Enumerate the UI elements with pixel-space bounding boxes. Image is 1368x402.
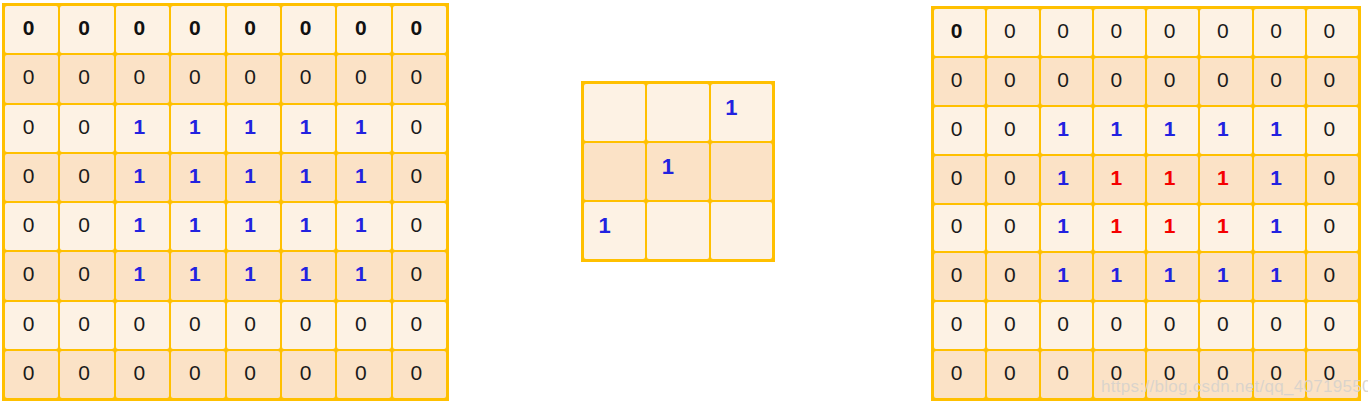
- output-binary-image-digit: 1: [1164, 118, 1176, 139]
- output-binary-image-digit: 0: [1111, 69, 1123, 90]
- input-binary-image-digit: 0: [23, 116, 35, 137]
- input-binary-image-cell-r6c1: 0: [5, 252, 58, 299]
- output-binary-image-cell-r6c8: 0: [1307, 253, 1358, 300]
- output-binary-image-digit: 1: [1217, 118, 1229, 139]
- structuring-element-cell-r1c2: [647, 84, 708, 141]
- output-binary-image-digit: 0: [1004, 215, 1016, 236]
- output-binary-image-cell-r4c1: 0: [934, 156, 985, 203]
- input-binary-image-digit: 1: [244, 165, 256, 186]
- input-binary-image-digit: 0: [410, 362, 422, 383]
- input-binary-image-digit: 0: [300, 313, 312, 334]
- input-binary-image-cell-r3c6: 1: [282, 105, 335, 152]
- output-binary-image-cell-r8c3: 0: [1041, 351, 1092, 398]
- output-binary-image-digit: 0: [1324, 215, 1336, 236]
- input-binary-image-cell-r7c6: 0: [282, 302, 335, 349]
- output-binary-image-digit: 0: [951, 69, 963, 90]
- input-binary-image-cell-r4c2: 0: [60, 154, 113, 201]
- input-binary-image-cell-r2c8: 0: [393, 55, 446, 102]
- output-binary-image-cell-r6c4: 1: [1094, 253, 1145, 300]
- output-binary-image-cell-r1c4: 0: [1094, 9, 1145, 56]
- output-binary-image-cell-r5c4: 1: [1094, 205, 1145, 252]
- output-binary-image-digit: 0: [1324, 313, 1336, 334]
- input-binary-image-cell-r4c7: 1: [337, 154, 390, 201]
- output-binary-image-cell-r4c5: 1: [1147, 156, 1198, 203]
- output-binary-image-cell-r3c7: 1: [1254, 107, 1305, 154]
- structuring-element-grid: 111: [581, 81, 775, 262]
- output-binary-image-digit: 0: [951, 167, 963, 188]
- input-binary-image-cell-r3c1: 0: [5, 105, 58, 152]
- input-binary-image-cell-r3c2: 0: [60, 105, 113, 152]
- input-binary-image-cell-r2c4: 0: [171, 55, 224, 102]
- input-binary-image-cell-r8c7: 0: [337, 351, 390, 398]
- input-binary-image-digit: 0: [355, 66, 367, 87]
- output-binary-image-cell-r7c2: 0: [987, 302, 1038, 349]
- output-binary-image-digit: 1: [1270, 215, 1282, 236]
- output-binary-image-cell-r2c3: 0: [1041, 58, 1092, 105]
- output-binary-image-digit: 0: [1164, 69, 1176, 90]
- output-binary-image-digit: 0: [951, 362, 963, 383]
- input-binary-image-cell-r3c5: 1: [227, 105, 280, 152]
- output-binary-image-digit: 1: [1270, 118, 1282, 139]
- structuring-element-cell-r2c3: [711, 143, 772, 200]
- output-binary-image-digit: 0: [1164, 20, 1176, 41]
- input-binary-image-cell-r1c4: 0: [171, 6, 224, 53]
- input-binary-image-digit: 1: [134, 116, 146, 137]
- output-binary-image-digit: 1: [1270, 264, 1282, 285]
- input-binary-image-cell-r7c8: 0: [393, 302, 446, 349]
- input-binary-image-digit: 0: [134, 17, 146, 38]
- output-binary-image-digit: 1: [1111, 118, 1123, 139]
- input-binary-image-cell-r8c1: 0: [5, 351, 58, 398]
- structuring-element-cell-r2c1: [584, 143, 645, 200]
- output-binary-image-digit: 1: [1057, 215, 1069, 236]
- output-binary-image-digit: 0: [1004, 264, 1016, 285]
- output-binary-image-cell-r5c7: 1: [1254, 205, 1305, 252]
- output-binary-image-cell-r3c3: 1: [1041, 107, 1092, 154]
- output-binary-image-digit: 1: [1057, 167, 1069, 188]
- input-binary-image-digit: 0: [410, 214, 422, 235]
- output-binary-image-digit: 0: [1324, 118, 1336, 139]
- input-binary-image-cell-r1c6: 0: [282, 6, 335, 53]
- input-binary-image-cell-r2c2: 0: [60, 55, 113, 102]
- input-binary-image-digit: 0: [23, 214, 35, 235]
- input-binary-image-digit: 0: [355, 17, 367, 38]
- morphology-diagram-canvas: 0000000000000000001111100011111000111110…: [0, 0, 1368, 402]
- output-binary-image-cell-r5c6: 1: [1200, 205, 1251, 252]
- output-binary-image-cell-r5c8: 0: [1307, 205, 1358, 252]
- input-binary-image-digit: 0: [355, 362, 367, 383]
- input-binary-image-cell-r3c8: 0: [393, 105, 446, 152]
- watermark-url: https://blog.csdn.net/qq_40719550: [1101, 377, 1368, 397]
- input-binary-image-digit: 1: [300, 116, 312, 137]
- output-binary-image-cell-r2c8: 0: [1307, 58, 1358, 105]
- input-binary-image-digit: 1: [189, 263, 201, 284]
- input-binary-image-cell-r5c4: 1: [171, 203, 224, 250]
- output-binary-image-cell-r4c4: 1: [1094, 156, 1145, 203]
- input-binary-image-digit: 0: [78, 165, 90, 186]
- structuring-element-cell-r3c1: 1: [584, 202, 645, 259]
- output-binary-image-digit: 0: [1217, 313, 1229, 334]
- input-binary-image-digit: 0: [134, 313, 146, 334]
- input-binary-image-digit: 0: [23, 263, 35, 284]
- output-binary-image-digit: 0: [1324, 264, 1336, 285]
- input-binary-image-digit: 0: [244, 313, 256, 334]
- input-binary-image-cell-r1c5: 0: [227, 6, 280, 53]
- input-binary-image-digit: 0: [189, 17, 201, 38]
- input-binary-image-digit: 0: [23, 362, 35, 383]
- output-binary-image-cell-r3c4: 1: [1094, 107, 1145, 154]
- input-binary-image-digit: 0: [300, 17, 312, 38]
- input-binary-image-cell-r6c4: 1: [171, 252, 224, 299]
- output-binary-image-cell-r7c8: 0: [1307, 302, 1358, 349]
- output-binary-image-cell-r6c5: 1: [1147, 253, 1198, 300]
- input-binary-image-digit: 1: [244, 116, 256, 137]
- input-binary-image-cell-r1c8: 0: [393, 6, 446, 53]
- output-binary-image-cell-r3c5: 1: [1147, 107, 1198, 154]
- input-binary-image-cell-r3c4: 1: [171, 105, 224, 152]
- output-binary-image-digit: 0: [1270, 20, 1282, 41]
- output-binary-image-cell-r7c6: 0: [1200, 302, 1251, 349]
- input-binary-image-cell-r4c3: 1: [116, 154, 169, 201]
- output-binary-image-digit: 1: [1111, 264, 1123, 285]
- input-binary-image-digit: 0: [189, 362, 201, 383]
- input-binary-image-cell-r6c3: 1: [116, 252, 169, 299]
- input-binary-image-digit: 1: [355, 116, 367, 137]
- output-binary-image-cell-r8c2: 0: [987, 351, 1038, 398]
- output-binary-image-digit: 0: [1324, 20, 1336, 41]
- output-binary-image-digit: 0: [1004, 167, 1016, 188]
- input-binary-image-cell-r3c3: 1: [116, 105, 169, 152]
- output-binary-image-digit: 1: [1217, 215, 1229, 236]
- input-binary-image-digit: 0: [300, 362, 312, 383]
- input-binary-image-cell-r8c3: 0: [116, 351, 169, 398]
- output-binary-image-cell-r1c5: 0: [1147, 9, 1198, 56]
- input-binary-image-digit: 1: [300, 165, 312, 186]
- input-binary-image-digit: 0: [189, 66, 201, 87]
- input-binary-image-digit: 0: [23, 165, 35, 186]
- output-binary-image-cell-r2c4: 0: [1094, 58, 1145, 105]
- output-binary-image-cell-r5c5: 1: [1147, 205, 1198, 252]
- output-binary-image-digit: 0: [951, 313, 963, 334]
- input-binary-image-cell-r5c5: 1: [227, 203, 280, 250]
- input-binary-image-digit: 0: [244, 362, 256, 383]
- output-binary-image-cell-r8c1: 0: [934, 351, 985, 398]
- input-binary-image-digit: 0: [78, 263, 90, 284]
- input-binary-image-digit: 0: [23, 313, 35, 334]
- output-binary-image-cell-r1c6: 0: [1200, 9, 1251, 56]
- output-binary-image-cell-r7c7: 0: [1254, 302, 1305, 349]
- output-binary-image-cell-r2c1: 0: [934, 58, 985, 105]
- structuring-element-cell-r3c3: [711, 202, 772, 259]
- input-binary-image-cell-r6c6: 1: [282, 252, 335, 299]
- input-binary-image-cell-r8c8: 0: [393, 351, 446, 398]
- output-binary-image-digit: 0: [1324, 69, 1336, 90]
- input-binary-image-digit: 1: [355, 165, 367, 186]
- output-binary-image-cell-r1c8: 0: [1307, 9, 1358, 56]
- output-binary-image-cell-r7c5: 0: [1147, 302, 1198, 349]
- input-binary-image-cell-r5c6: 1: [282, 203, 335, 250]
- input-binary-image-cell-r5c3: 1: [116, 203, 169, 250]
- output-binary-image-cell-r6c6: 1: [1200, 253, 1251, 300]
- input-binary-image-digit: 0: [189, 313, 201, 334]
- output-binary-image-digit: 0: [1111, 20, 1123, 41]
- output-binary-image-digit: 0: [1270, 313, 1282, 334]
- output-binary-image-cell-r7c1: 0: [934, 302, 985, 349]
- output-binary-image-digit: 1: [1217, 167, 1229, 188]
- output-binary-image-cell-r2c7: 0: [1254, 58, 1305, 105]
- output-binary-image-cell-r5c1: 0: [934, 205, 985, 252]
- input-binary-image-digit: 1: [300, 263, 312, 284]
- output-binary-image-digit: 0: [1004, 69, 1016, 90]
- input-binary-image-cell-r1c2: 0: [60, 6, 113, 53]
- input-binary-image-digit: 1: [134, 165, 146, 186]
- input-binary-image-digit: 0: [410, 263, 422, 284]
- output-binary-image-digit: 0: [951, 264, 963, 285]
- input-image-grid: 0000000000000000001111100011111000111110…: [2, 3, 449, 401]
- input-binary-image-digit: 0: [410, 66, 422, 87]
- output-binary-image-cell-r4c2: 0: [987, 156, 1038, 203]
- output-binary-image-cell-r7c3: 0: [1041, 302, 1092, 349]
- output-binary-image-digit: 1: [1164, 264, 1176, 285]
- input-binary-image-cell-r6c5: 1: [227, 252, 280, 299]
- output-binary-image-cell-r3c8: 0: [1307, 107, 1358, 154]
- input-binary-image-cell-r5c1: 0: [5, 203, 58, 250]
- input-binary-image-digit: 0: [244, 66, 256, 87]
- input-binary-image-cell-r2c7: 0: [337, 55, 390, 102]
- output-binary-image-digit: 1: [1164, 167, 1176, 188]
- output-binary-image-digit: 1: [1217, 264, 1229, 285]
- input-binary-image-digit: 0: [134, 66, 146, 87]
- output-binary-image-cell-r2c2: 0: [987, 58, 1038, 105]
- input-binary-image-digit: 0: [23, 17, 35, 38]
- output-binary-image-cell-r7c4: 0: [1094, 302, 1145, 349]
- input-binary-image-digit: 1: [189, 116, 201, 137]
- output-binary-image-digit: 0: [1004, 313, 1016, 334]
- output-binary-image-cell-r1c2: 0: [987, 9, 1038, 56]
- output-binary-image-digit: 1: [1111, 167, 1123, 188]
- input-binary-image-cell-r1c7: 0: [337, 6, 390, 53]
- input-binary-image-cell-r7c3: 0: [116, 302, 169, 349]
- structuring-element-cell-r1c1: [584, 84, 645, 141]
- output-binary-image-digit: 0: [1057, 20, 1069, 41]
- output-binary-image-cell-r6c3: 1: [1041, 253, 1092, 300]
- input-binary-image-digit: 0: [134, 362, 146, 383]
- output-binary-image-cell-r6c2: 0: [987, 253, 1038, 300]
- input-binary-image-digit: 0: [410, 17, 422, 38]
- output-binary-image-cell-r1c7: 0: [1254, 9, 1305, 56]
- input-binary-image-cell-r4c1: 0: [5, 154, 58, 201]
- output-binary-image-digit: 0: [1217, 69, 1229, 90]
- input-binary-image-digit: 0: [300, 66, 312, 87]
- output-binary-image-cell-r1c1: 0: [934, 9, 985, 56]
- output-binary-image-digit: 0: [1324, 167, 1336, 188]
- input-binary-image-digit: 1: [189, 214, 201, 235]
- output-binary-image-cell-r3c1: 0: [934, 107, 985, 154]
- input-binary-image-cell-r1c1: 0: [5, 6, 58, 53]
- output-binary-image-digit: 0: [1217, 20, 1229, 41]
- input-binary-image-cell-r2c1: 0: [5, 55, 58, 102]
- input-binary-image-digit: 0: [78, 66, 90, 87]
- output-binary-image-digit: 0: [1057, 362, 1069, 383]
- output-binary-image-digit: 0: [1111, 313, 1123, 334]
- input-binary-image-cell-r5c7: 1: [337, 203, 390, 250]
- input-binary-image-digit: 1: [355, 214, 367, 235]
- input-binary-image-cell-r4c6: 1: [282, 154, 335, 201]
- output-binary-image-cell-r4c7: 1: [1254, 156, 1305, 203]
- structuring-element-cell-r3c2: [647, 202, 708, 259]
- input-binary-image-cell-r5c2: 0: [60, 203, 113, 250]
- output-binary-image-digit: 1: [1057, 118, 1069, 139]
- output-binary-image-cell-r3c2: 0: [987, 107, 1038, 154]
- input-binary-image-cell-r7c2: 0: [60, 302, 113, 349]
- output-binary-image-digit: 0: [1270, 69, 1282, 90]
- input-binary-image-digit: 1: [244, 214, 256, 235]
- input-binary-image-digit: 0: [78, 362, 90, 383]
- output-binary-image-cell-r2c6: 0: [1200, 58, 1251, 105]
- input-binary-image-cell-r8c2: 0: [60, 351, 113, 398]
- input-binary-image-digit: 1: [300, 214, 312, 235]
- output-binary-image-cell-r3c6: 1: [1200, 107, 1251, 154]
- input-binary-image-cell-r6c8: 0: [393, 252, 446, 299]
- input-binary-image-digit: 1: [134, 263, 146, 284]
- input-binary-image-digit: 1: [134, 214, 146, 235]
- input-binary-image-cell-r6c2: 0: [60, 252, 113, 299]
- output-binary-image-digit: 0: [1057, 313, 1069, 334]
- input-binary-image-digit: 0: [410, 165, 422, 186]
- output-binary-image-cell-r1c3: 0: [1041, 9, 1092, 56]
- input-binary-image-cell-r2c3: 0: [116, 55, 169, 102]
- output-binary-image-digit: 1: [1111, 215, 1123, 236]
- output-binary-image-cell-r6c7: 1: [1254, 253, 1305, 300]
- input-binary-image-digit: 0: [244, 17, 256, 38]
- structuring-element-digit: 1: [599, 215, 611, 237]
- structuring-element-digit: 1: [725, 97, 737, 119]
- input-binary-image-cell-r8c6: 0: [282, 351, 335, 398]
- input-binary-image-cell-r6c7: 1: [337, 252, 390, 299]
- output-binary-image-digit: 0: [951, 215, 963, 236]
- input-binary-image-digit: 0: [78, 116, 90, 137]
- output-binary-image-digit: 1: [1164, 215, 1176, 236]
- input-binary-image-cell-r7c7: 0: [337, 302, 390, 349]
- output-binary-image-digit: 1: [1270, 167, 1282, 188]
- output-binary-image-cell-r5c3: 1: [1041, 205, 1092, 252]
- input-binary-image-digit: 0: [355, 313, 367, 334]
- input-binary-image-digit: 0: [78, 313, 90, 334]
- input-binary-image-cell-r4c4: 1: [171, 154, 224, 201]
- output-binary-image-digit: 0: [951, 118, 963, 139]
- output-binary-image-digit: 0: [1004, 118, 1016, 139]
- input-binary-image-cell-r4c8: 0: [393, 154, 446, 201]
- input-binary-image-digit: 0: [23, 66, 35, 87]
- input-binary-image-cell-r2c5: 0: [227, 55, 280, 102]
- input-binary-image-cell-r2c6: 0: [282, 55, 335, 102]
- output-binary-image-digit: 0: [1004, 362, 1016, 383]
- input-binary-image-digit: 0: [410, 116, 422, 137]
- input-binary-image-cell-r1c3: 0: [116, 6, 169, 53]
- output-image-grid: 0000000000000000001111100011111000111110…: [931, 6, 1361, 401]
- structuring-element-cell-r2c2: 1: [647, 143, 708, 200]
- output-binary-image-digit: 0: [1057, 69, 1069, 90]
- input-binary-image-digit: 0: [78, 17, 90, 38]
- input-binary-image-digit: 1: [189, 165, 201, 186]
- input-binary-image-cell-r7c5: 0: [227, 302, 280, 349]
- input-binary-image-digit: 1: [355, 263, 367, 284]
- output-binary-image-cell-r4c3: 1: [1041, 156, 1092, 203]
- output-binary-image-digit: 0: [1164, 313, 1176, 334]
- output-binary-image-cell-r4c6: 1: [1200, 156, 1251, 203]
- input-binary-image-cell-r8c4: 0: [171, 351, 224, 398]
- input-binary-image-cell-r7c1: 0: [5, 302, 58, 349]
- input-binary-image-cell-r8c5: 0: [227, 351, 280, 398]
- input-binary-image-cell-r5c8: 0: [393, 203, 446, 250]
- structuring-element-cell-r1c3: 1: [711, 84, 772, 141]
- input-binary-image-cell-r3c7: 1: [337, 105, 390, 152]
- output-binary-image-cell-r5c2: 0: [987, 205, 1038, 252]
- output-binary-image-cell-r2c5: 0: [1147, 58, 1198, 105]
- structuring-element-digit: 1: [662, 156, 674, 178]
- input-binary-image-digit: 1: [244, 263, 256, 284]
- input-binary-image-cell-r7c4: 0: [171, 302, 224, 349]
- input-binary-image-digit: 0: [78, 214, 90, 235]
- output-binary-image-digit: 1: [1057, 264, 1069, 285]
- output-binary-image-digit: 0: [951, 20, 963, 41]
- output-binary-image-digit: 0: [1004, 20, 1016, 41]
- input-binary-image-digit: 0: [410, 313, 422, 334]
- input-binary-image-cell-r4c5: 1: [227, 154, 280, 201]
- output-binary-image-cell-r4c8: 0: [1307, 156, 1358, 203]
- output-binary-image-cell-r6c1: 0: [934, 253, 985, 300]
